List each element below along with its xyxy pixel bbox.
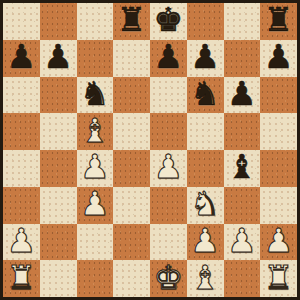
square-f6[interactable]: ♞ [187,77,224,114]
square-d4[interactable] [113,150,150,187]
piece-black-pawn: ♟ [7,40,37,75]
square-b6[interactable] [40,77,77,114]
chess-board: ♜♚♜♟♟♟♟♟♞♞♟♝♟♟♝♟♞♟♟♟♟♜♚♝♜ [3,3,297,297]
piece-black-rook: ♜ [117,3,147,38]
piece-black-knight: ♞ [80,77,110,112]
piece-white-pawn: ♟ [227,224,257,259]
square-c3[interactable]: ♟ [77,187,114,224]
square-g7[interactable] [224,40,261,77]
piece-black-king: ♚ [154,3,184,38]
square-a4[interactable] [3,150,40,187]
piece-black-pawn: ♟ [190,40,220,75]
piece-white-pawn: ♟ [80,187,110,222]
piece-black-pawn: ♟ [43,40,73,75]
piece-white-pawn: ♟ [7,224,37,259]
piece-black-pawn: ♟ [227,77,257,112]
square-f1[interactable]: ♝ [187,260,224,297]
piece-white-bishop: ♝ [80,113,110,148]
square-b4[interactable] [40,150,77,187]
square-e8[interactable]: ♚ [150,3,187,40]
square-f3[interactable]: ♞ [187,187,224,224]
square-h8[interactable]: ♜ [260,3,297,40]
square-a3[interactable] [3,187,40,224]
piece-white-pawn: ♟ [80,150,110,185]
square-b2[interactable] [40,224,77,261]
square-g8[interactable] [224,3,261,40]
square-a1[interactable]: ♜ [3,260,40,297]
piece-white-pawn: ♟ [154,150,184,185]
square-d2[interactable] [113,224,150,261]
square-b1[interactable] [40,260,77,297]
square-c2[interactable] [77,224,114,261]
square-d5[interactable] [113,113,150,150]
square-f2[interactable]: ♟ [187,224,224,261]
square-c8[interactable] [77,3,114,40]
square-h6[interactable] [260,77,297,114]
square-h2[interactable]: ♟ [260,224,297,261]
board-frame: ♜♚♜♟♟♟♟♟♞♞♟♝♟♟♝♟♞♟♟♟♟♜♚♝♜ [0,0,300,300]
square-h5[interactable] [260,113,297,150]
square-a8[interactable] [3,3,40,40]
piece-white-rook: ♜ [264,260,294,295]
square-a2[interactable]: ♟ [3,224,40,261]
square-f5[interactable] [187,113,224,150]
square-e6[interactable] [150,77,187,114]
square-c4[interactable]: ♟ [77,150,114,187]
square-e5[interactable] [150,113,187,150]
square-d8[interactable]: ♜ [113,3,150,40]
square-h1[interactable]: ♜ [260,260,297,297]
square-b3[interactable] [40,187,77,224]
square-a7[interactable]: ♟ [3,40,40,77]
square-f8[interactable] [187,3,224,40]
piece-black-rook: ♜ [264,3,294,38]
square-g6[interactable]: ♟ [224,77,261,114]
piece-white-bishop: ♝ [190,260,220,295]
square-g3[interactable] [224,187,261,224]
piece-white-rook: ♜ [7,260,37,295]
square-f7[interactable]: ♟ [187,40,224,77]
square-e4[interactable]: ♟ [150,150,187,187]
square-c7[interactable] [77,40,114,77]
square-g4[interactable]: ♝ [224,150,261,187]
square-b5[interactable] [40,113,77,150]
square-c1[interactable] [77,260,114,297]
piece-black-pawn: ♟ [154,40,184,75]
square-d3[interactable] [113,187,150,224]
square-e7[interactable]: ♟ [150,40,187,77]
square-g5[interactable] [224,113,261,150]
square-c6[interactable]: ♞ [77,77,114,114]
square-e3[interactable] [150,187,187,224]
square-h3[interactable] [260,187,297,224]
square-d6[interactable] [113,77,150,114]
square-h7[interactable]: ♟ [260,40,297,77]
square-a6[interactable] [3,77,40,114]
square-b8[interactable] [40,3,77,40]
square-g2[interactable]: ♟ [224,224,261,261]
piece-white-pawn: ♟ [190,224,220,259]
piece-white-pawn: ♟ [264,224,294,259]
square-d7[interactable] [113,40,150,77]
piece-black-pawn: ♟ [264,40,294,75]
square-a5[interactable] [3,113,40,150]
piece-black-knight: ♞ [190,77,220,112]
square-f4[interactable] [187,150,224,187]
square-e2[interactable] [150,224,187,261]
piece-white-king: ♚ [154,260,184,295]
square-e1[interactable]: ♚ [150,260,187,297]
square-g1[interactable] [224,260,261,297]
piece-black-bishop: ♝ [227,150,257,185]
square-d1[interactable] [113,260,150,297]
piece-white-knight: ♞ [190,187,220,222]
square-h4[interactable] [260,150,297,187]
square-c5[interactable]: ♝ [77,113,114,150]
square-b7[interactable]: ♟ [40,40,77,77]
